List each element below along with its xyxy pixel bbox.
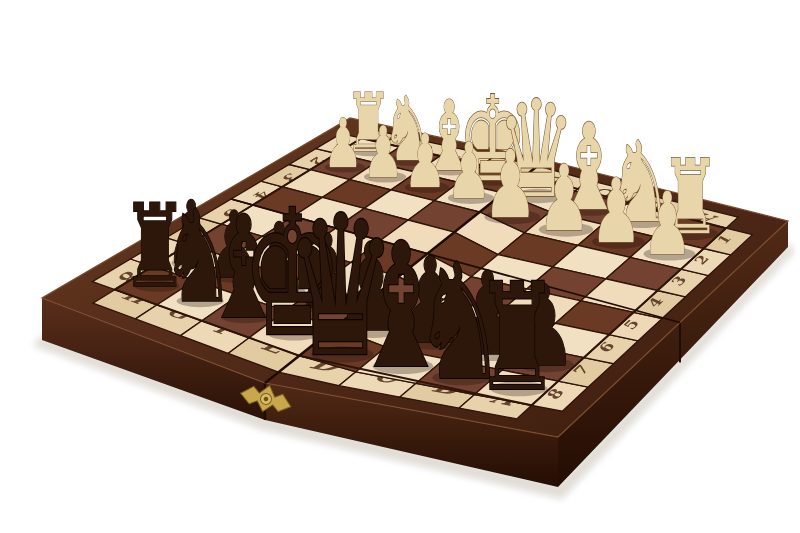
piece-white-pawn-h2: ♟ [323,104,363,182]
chess-board-photo: Wooden folding chess set with carved woo… [0,0,800,533]
piece-white-pawn-d2: ♟ [483,130,538,239]
piece-black-rook-a8: ♜ [474,251,560,423]
piece-white-pawn-f2: ♟ [403,118,446,205]
piece-white-pawn-a2: ♟ [642,173,693,274]
piece-white-pawn-c2: ♟ [537,145,590,250]
chess-photo-scene: Wooden folding chess set with carved woo… [0,0,800,533]
piece-white-pawn-b2: ♟ [590,159,642,263]
